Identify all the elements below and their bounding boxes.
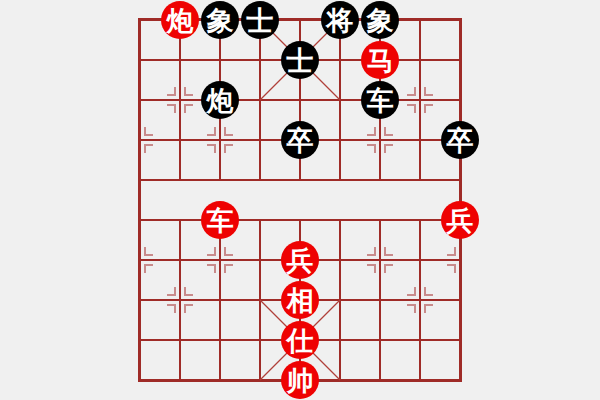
piece-red-soldier[interactable]: 兵 [441, 201, 479, 239]
piece-black-cannon[interactable]: 炮 [201, 81, 239, 119]
piece-red-cannon[interactable]: 炮 [161, 1, 199, 39]
piece-black-advisor[interactable]: 士 [281, 41, 319, 79]
piece-red-elephant[interactable]: 相 [281, 281, 319, 319]
piece-black-soldier[interactable]: 卒 [281, 121, 319, 159]
piece-black-soldier[interactable]: 卒 [441, 121, 479, 159]
piece-black-elephant[interactable]: 象 [361, 1, 399, 39]
piece-red-horse[interactable]: 马 [361, 41, 399, 79]
piece-red-advisor[interactable]: 仕 [281, 321, 319, 359]
piece-red-general[interactable]: 帅 [281, 361, 319, 399]
piece-grid[interactable]: 炮象士将象士马炮车卒卒车兵兵相仕帅 [120, 0, 480, 400]
piece-red-chariot[interactable]: 车 [201, 201, 239, 239]
piece-red-soldier[interactable]: 兵 [281, 241, 319, 279]
piece-black-general[interactable]: 将 [321, 1, 359, 39]
piece-black-elephant[interactable]: 象 [201, 1, 239, 39]
piece-black-chariot[interactable]: 车 [361, 81, 399, 119]
screenshot-canvas: 炮象士将象士马炮车卒卒车兵兵相仕帅 [0, 0, 600, 400]
piece-black-advisor[interactable]: 士 [241, 1, 279, 39]
